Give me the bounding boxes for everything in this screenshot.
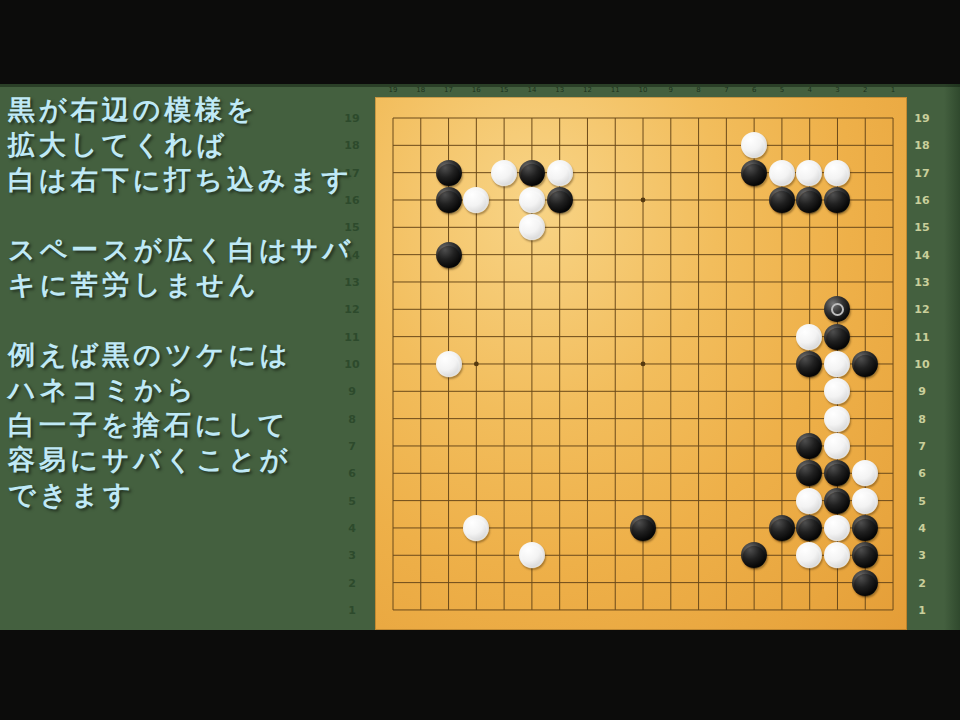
letterbox-top-bar — [0, 0, 960, 84]
column-label-top: 12 — [583, 86, 592, 94]
commentary-line: 白は右下に打ち込みます — [8, 162, 353, 197]
row-label-left: 15 — [344, 221, 359, 234]
commentary-block: スペースが広く白はサバキに苦労しません — [8, 232, 354, 302]
white-stone: ○ — [796, 542, 822, 568]
column-label-top: 8 — [696, 86, 700, 94]
row-label-left: 14 — [344, 248, 359, 261]
black-stone: ● — [824, 187, 850, 213]
white-stone: ○ — [519, 542, 545, 568]
row-label-left: 7 — [348, 439, 356, 452]
row-label-left: 6 — [348, 467, 356, 480]
column-label-top: 2 — [863, 86, 867, 94]
column-label-top: 1 — [891, 86, 895, 94]
black-stone: ● — [769, 515, 795, 541]
black-stone: ● — [852, 570, 878, 596]
row-label-right: 9 — [918, 385, 926, 398]
row-label-left: 8 — [348, 412, 356, 425]
column-label-top: 3 — [835, 86, 839, 94]
row-label-right: 13 — [914, 275, 929, 288]
black-stone: ● — [796, 187, 822, 213]
column-label-top: 17 — [444, 86, 453, 94]
row-label-right: 18 — [914, 139, 929, 152]
stones-grid: ○●○●○●○○○●○○●●●●○●○●○●○●○○●○●●○○●○○●●●○●… — [379, 104, 907, 623]
column-label-top: 11 — [611, 86, 620, 94]
black-stone: ● — [436, 187, 462, 213]
column-label-top: 13 — [555, 86, 564, 94]
column-label-top: 14 — [527, 86, 536, 94]
column-label-top: 4 — [807, 86, 811, 94]
row-label-right: 3 — [918, 549, 926, 562]
row-label-right: 8 — [918, 412, 926, 425]
column-label-top: 9 — [669, 86, 673, 94]
video-frame: 黒が右辺の模様を拡大してくれば白は右下に打ち込みますスペースが広く白はサバキに苦… — [0, 0, 960, 720]
commentary-block: 例えば黒のツケにはハネコミから白一子を捨石にして容易にサバくことができます — [8, 337, 291, 512]
commentary-line: ハネコミから — [8, 372, 291, 407]
row-label-right: 1 — [918, 603, 926, 616]
black-stone: ● — [436, 242, 462, 268]
column-label-top: 7 — [724, 86, 728, 94]
row-label-right: 7 — [918, 439, 926, 452]
black-stone: ● — [796, 351, 822, 377]
row-label-left: 17 — [344, 166, 359, 179]
column-label-top: 5 — [780, 86, 784, 94]
column-label-top: 16 — [472, 86, 481, 94]
column-label-top: 19 — [389, 86, 398, 94]
commentary-line: 拡大してくれば — [8, 127, 353, 162]
commentary-line: 黒が右辺の模様を — [8, 92, 353, 127]
black-stone: ● — [630, 515, 656, 541]
white-stone: ○ — [491, 160, 517, 186]
black-stone: ● — [547, 187, 573, 213]
row-label-left: 9 — [348, 385, 356, 398]
row-label-right: 16 — [914, 193, 929, 206]
column-label-top: 15 — [500, 86, 509, 94]
white-stone: ○ — [436, 351, 462, 377]
white-stone: ○ — [463, 515, 489, 541]
row-label-right: 2 — [918, 576, 926, 589]
commentary-line: スペースが広く白はサバ — [8, 232, 354, 267]
commentary-line: 白一子を捨石にして — [8, 407, 291, 442]
column-label-top: 6 — [752, 86, 756, 94]
row-label-left: 3 — [348, 549, 356, 562]
white-stone: ○ — [519, 214, 545, 240]
row-label-left: 18 — [344, 139, 359, 152]
row-label-left: 19 — [344, 112, 359, 125]
row-label-left: 11 — [344, 330, 359, 343]
row-label-left: 5 — [348, 494, 356, 507]
letterbox-bottom-bar — [0, 630, 960, 720]
row-label-right: 14 — [914, 248, 929, 261]
row-label-left: 4 — [348, 521, 356, 534]
row-label-right: 17 — [914, 166, 929, 179]
row-label-left: 1 — [348, 603, 356, 616]
row-label-right: 11 — [914, 330, 929, 343]
black-stone: ● — [852, 351, 878, 377]
commentary-line: 例えば黒のツケには — [8, 337, 291, 372]
white-stone: ○ — [824, 542, 850, 568]
column-label-top: 18 — [416, 86, 425, 94]
commentary-panel: 黒が右辺の模様を拡大してくれば白は右下に打ち込みますスペースが広く白はサバキに苦… — [0, 84, 378, 630]
commentary-line: 容易にサバくことが — [8, 442, 291, 477]
go-board: ○●○●○●○○○●○○●●●●○●○●○●○●○○●○●●○○●○○●●●○●… — [375, 97, 907, 630]
row-label-right: 12 — [914, 303, 929, 316]
row-label-right: 6 — [918, 467, 926, 480]
row-label-left: 13 — [344, 275, 359, 288]
row-label-right: 19 — [914, 112, 929, 125]
black-stone: ● — [741, 160, 767, 186]
row-label-left: 12 — [344, 303, 359, 316]
commentary-block: 黒が右辺の模様を拡大してくれば白は右下に打ち込みます — [8, 92, 353, 197]
right-strip-shade — [944, 84, 960, 630]
row-label-right: 4 — [918, 521, 926, 534]
row-label-right: 5 — [918, 494, 926, 507]
commentary-line: キに苦労しません — [8, 267, 354, 302]
commentary-line: できます — [8, 477, 291, 512]
row-label-left: 16 — [344, 193, 359, 206]
row-label-left: 2 — [348, 576, 356, 589]
content-area: 黒が右辺の模様を拡大してくれば白は右下に打ち込みますスペースが広く白はサバキに苦… — [0, 84, 960, 630]
row-label-right: 15 — [914, 221, 929, 234]
row-label-left: 10 — [344, 357, 359, 370]
black-stone: ● — [741, 542, 767, 568]
white-stone: ○ — [463, 187, 489, 213]
last-move-marker — [831, 303, 844, 316]
column-label-top: 10 — [639, 86, 648, 94]
row-label-right: 10 — [914, 357, 929, 370]
black-stone: ● — [769, 187, 795, 213]
